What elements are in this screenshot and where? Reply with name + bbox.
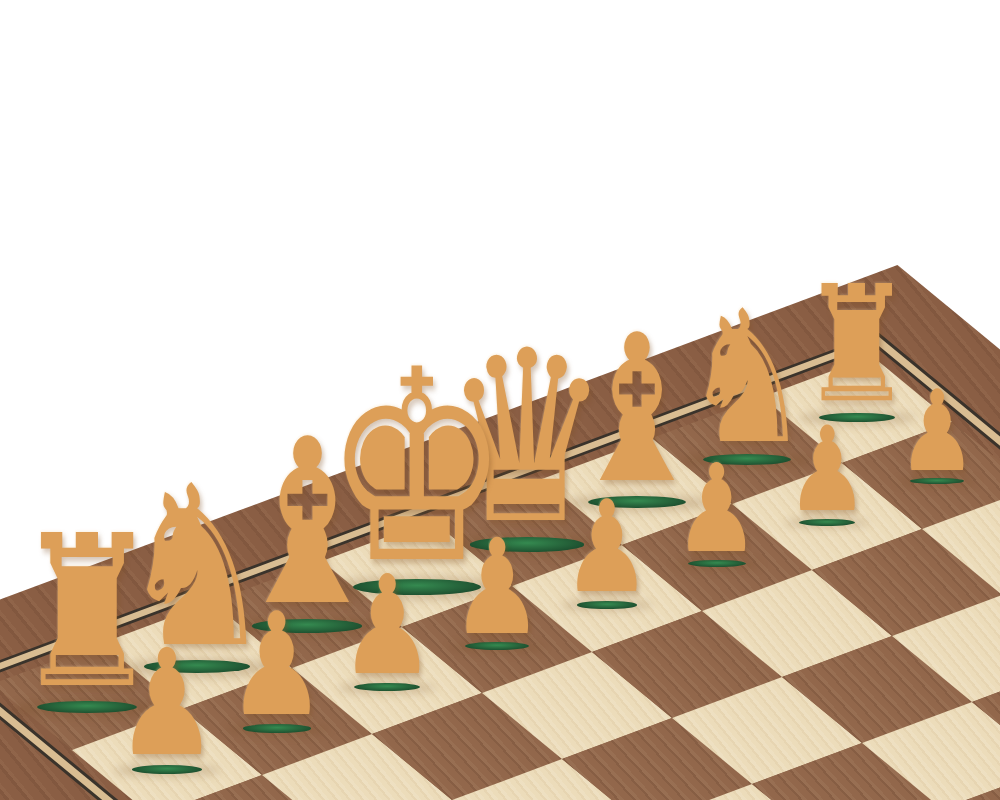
board-squares bbox=[0, 356, 1000, 800]
chess-board bbox=[0, 265, 1000, 800]
product-photo-stage: ♜♞♝♚♛♝♞♜♟♟♟♟♟♟♟♟ bbox=[0, 0, 1000, 800]
